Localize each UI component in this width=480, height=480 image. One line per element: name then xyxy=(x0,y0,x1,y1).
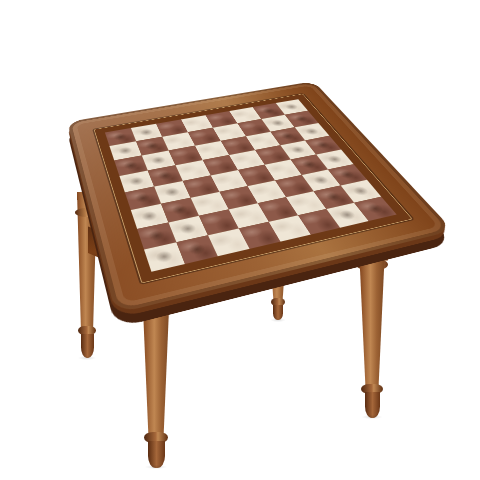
square-h1[interactable]: ♜ xyxy=(144,242,185,271)
table-top-3d: ♜♟♟♜♞♟♟♞♝♟♟♝♛♟♟♛♚♟♟♚♝♟♟♝♞♟♟♞♜♟♟♜ xyxy=(67,81,453,314)
piece-glyph: ♟ xyxy=(265,154,429,220)
square-h7[interactable]: ♟ xyxy=(326,203,368,228)
table-top-scene: ♜♟♟♜♞♟♟♞♝♟♟♝♛♟♟♛♚♟♟♚♝♟♟♝♞♟♟♞♜♟♟♜ xyxy=(0,0,480,480)
piece-glyph: ♜ xyxy=(75,168,253,262)
chess-table-product-photo: ♜♟♟♜♞♟♟♞♝♟♟♝♛♟♟♛♚♟♟♚♝♟♟♝♞♟♟♞♜♟♟♜ xyxy=(0,0,480,480)
chess-board: ♜♟♟♜♞♟♟♞♝♟♟♝♛♟♟♛♚♟♟♚♝♟♟♝♞♟♟♞♜♟♟♜ xyxy=(105,99,397,272)
